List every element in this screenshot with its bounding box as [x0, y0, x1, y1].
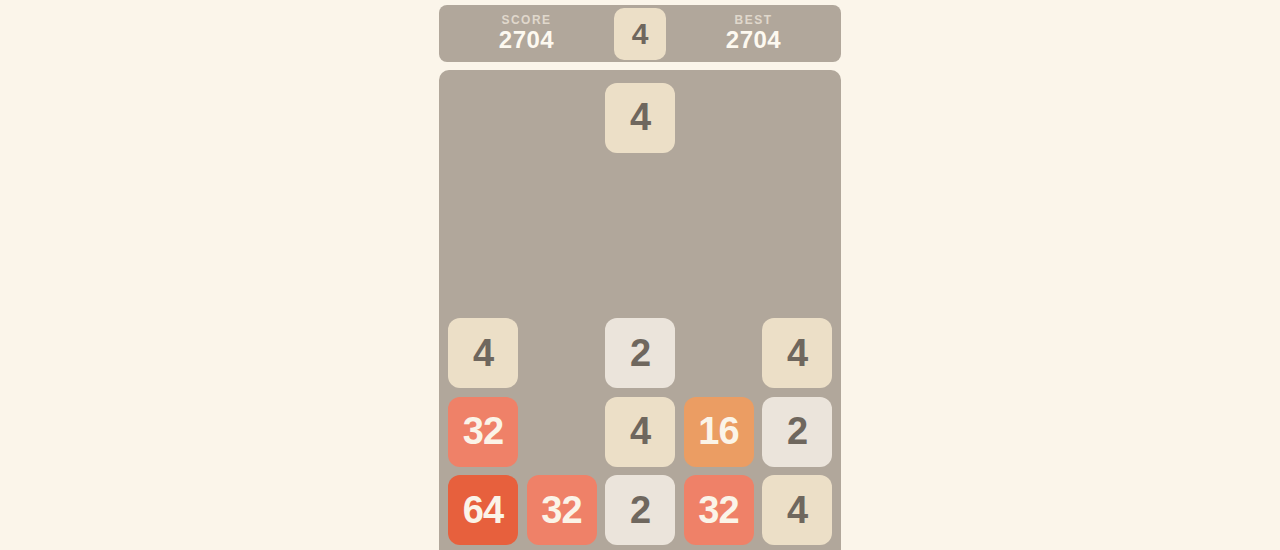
empty-cell [684, 240, 754, 310]
score-label: SCORE [501, 14, 551, 27]
tile-16: 16 [684, 397, 754, 467]
board-cell: 4 [762, 475, 832, 545]
tile-4: 4 [762, 475, 832, 545]
board-cell: 2 [605, 318, 675, 388]
tile-64: 64 [448, 475, 518, 545]
empty-cell [684, 161, 754, 231]
empty-cell [527, 240, 597, 310]
next-tile-value: 4 [632, 17, 649, 51]
best-value: 2704 [726, 27, 781, 53]
empty-cell [762, 240, 832, 310]
board-cell: 2 [762, 397, 832, 467]
app: SCORE 2704 4 BEST 2704 44243241626432232… [0, 0, 1280, 550]
empty-cell [527, 161, 597, 231]
empty-cell [684, 318, 754, 388]
tile-4: 4 [762, 318, 832, 388]
tile-2: 2 [605, 475, 675, 545]
empty-cell [527, 83, 597, 153]
best-block: BEST 2704 [666, 14, 841, 54]
empty-cell [762, 83, 832, 153]
empty-cell [605, 240, 675, 310]
board-cell: 32 [527, 475, 597, 545]
best-label: BEST [734, 14, 772, 27]
tile-32: 32 [527, 475, 597, 545]
empty-cell [448, 83, 518, 153]
board-cell: 4 [605, 397, 675, 467]
tile-2: 2 [762, 397, 832, 467]
next-tile: 4 [614, 8, 666, 60]
board-cell: 4 [762, 318, 832, 388]
board-cell: 32 [684, 475, 754, 545]
tile-32: 32 [448, 397, 518, 467]
score-block: SCORE 2704 [439, 14, 614, 54]
tile-2: 2 [605, 318, 675, 388]
board[interactable]: 442432416264322324 [439, 70, 841, 550]
board-cell: 64 [448, 475, 518, 545]
empty-cell [527, 397, 597, 467]
board-cell: 2 [605, 475, 675, 545]
tile-32: 32 [684, 475, 754, 545]
tile-4: 4 [605, 83, 675, 153]
score-header: SCORE 2704 4 BEST 2704 [439, 5, 841, 62]
board-cell: 4 [448, 318, 518, 388]
empty-cell [448, 240, 518, 310]
board-cell: 16 [684, 397, 754, 467]
empty-cell [684, 83, 754, 153]
board-cell: 32 [448, 397, 518, 467]
empty-cell [762, 161, 832, 231]
empty-cell [605, 161, 675, 231]
board-grid: 442432416264322324 [439, 70, 841, 545]
board-cell: 4 [605, 83, 675, 153]
tile-4: 4 [605, 397, 675, 467]
empty-cell [448, 161, 518, 231]
empty-cell [527, 318, 597, 388]
tile-4: 4 [448, 318, 518, 388]
score-value: 2704 [499, 27, 554, 53]
